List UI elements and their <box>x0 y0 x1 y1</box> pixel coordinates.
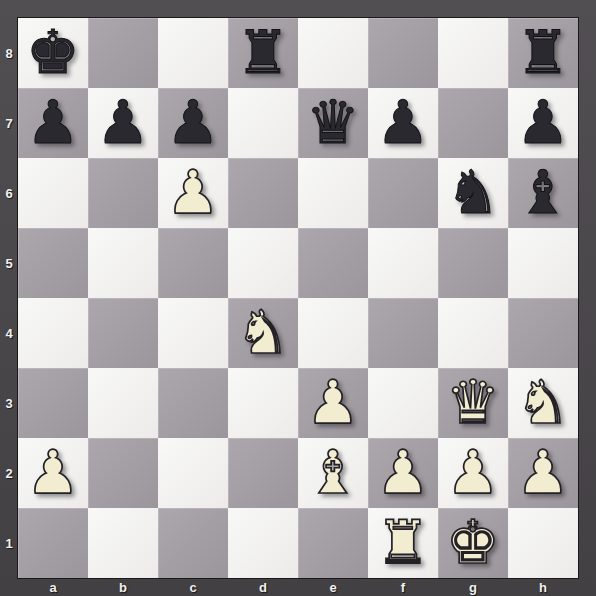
piece-white-bishop[interactable]: ♝ <box>306 437 360 510</box>
square-d8[interactable]: ♜ <box>228 18 298 88</box>
square-a5[interactable] <box>18 228 88 298</box>
piece-white-pawn[interactable]: ♟ <box>26 437 80 510</box>
piece-white-pawn[interactable]: ♟ <box>306 367 360 440</box>
piece-black-pawn[interactable]: ♟ <box>26 87 80 160</box>
piece-black-pawn[interactable]: ♟ <box>166 87 220 160</box>
square-c8[interactable] <box>158 18 228 88</box>
square-c4[interactable] <box>158 298 228 368</box>
square-a4[interactable] <box>18 298 88 368</box>
file-label-d: d <box>228 578 298 596</box>
square-c7[interactable]: ♟ <box>158 88 228 158</box>
square-b7[interactable]: ♟ <box>88 88 158 158</box>
file-label-b: b <box>88 578 158 596</box>
square-a6[interactable] <box>18 158 88 228</box>
rank-label-5: 5 <box>0 228 18 298</box>
piece-black-king[interactable]: ♚ <box>26 17 80 90</box>
file-label-a: a <box>18 578 88 596</box>
rank-label-3: 3 <box>0 368 18 438</box>
square-e7[interactable]: ♛ <box>298 88 368 158</box>
square-b3[interactable] <box>88 368 158 438</box>
square-h2[interactable]: ♟ <box>508 438 578 508</box>
square-g2[interactable]: ♟ <box>438 438 508 508</box>
square-f3[interactable] <box>368 368 438 438</box>
square-f1[interactable]: ♜ <box>368 508 438 578</box>
square-c6[interactable]: ♟ <box>158 158 228 228</box>
file-label-f: f <box>368 578 438 596</box>
square-c1[interactable] <box>158 508 228 578</box>
square-b5[interactable] <box>88 228 158 298</box>
square-e5[interactable] <box>298 228 368 298</box>
square-e1[interactable] <box>298 508 368 578</box>
rank-label-4: 4 <box>0 298 18 368</box>
square-a3[interactable] <box>18 368 88 438</box>
chess-board: ♚♜♜♟♟♟♛♟♟♟♞♝♞♟♛♞♟♝♟♟♟♜♚ <box>18 18 578 578</box>
square-d2[interactable] <box>228 438 298 508</box>
square-d4[interactable]: ♞ <box>228 298 298 368</box>
file-label-e: e <box>298 578 368 596</box>
square-b4[interactable] <box>88 298 158 368</box>
piece-black-rook[interactable]: ♜ <box>236 17 290 90</box>
square-h7[interactable]: ♟ <box>508 88 578 158</box>
square-h1[interactable] <box>508 508 578 578</box>
chess-board-frame: 87654321 abcdefgh ♚♜♜♟♟♟♛♟♟♟♞♝♞♟♛♞♟♝♟♟♟♜… <box>0 0 596 596</box>
piece-black-knight[interactable]: ♞ <box>446 157 500 230</box>
square-f8[interactable] <box>368 18 438 88</box>
square-e4[interactable] <box>298 298 368 368</box>
square-e2[interactable]: ♝ <box>298 438 368 508</box>
rank-label-8: 8 <box>0 18 18 88</box>
piece-black-pawn[interactable]: ♟ <box>516 87 570 160</box>
square-b6[interactable] <box>88 158 158 228</box>
rank-label-7: 7 <box>0 88 18 158</box>
square-c2[interactable] <box>158 438 228 508</box>
square-d1[interactable] <box>228 508 298 578</box>
square-g3[interactable]: ♛ <box>438 368 508 438</box>
square-a2[interactable]: ♟ <box>18 438 88 508</box>
square-g6[interactable]: ♞ <box>438 158 508 228</box>
square-g8[interactable] <box>438 18 508 88</box>
square-c3[interactable] <box>158 368 228 438</box>
square-g4[interactable] <box>438 298 508 368</box>
piece-black-queen[interactable]: ♛ <box>306 87 360 160</box>
square-b2[interactable] <box>88 438 158 508</box>
square-g5[interactable] <box>438 228 508 298</box>
square-a8[interactable]: ♚ <box>18 18 88 88</box>
piece-white-king[interactable]: ♚ <box>446 507 500 580</box>
square-h4[interactable] <box>508 298 578 368</box>
square-b8[interactable] <box>88 18 158 88</box>
piece-white-knight[interactable]: ♞ <box>516 367 570 440</box>
square-a7[interactable]: ♟ <box>18 88 88 158</box>
file-label-h: h <box>508 578 578 596</box>
piece-white-pawn[interactable]: ♟ <box>516 437 570 510</box>
square-d7[interactable] <box>228 88 298 158</box>
rank-label-2: 2 <box>0 438 18 508</box>
square-f7[interactable]: ♟ <box>368 88 438 158</box>
file-label-g: g <box>438 578 508 596</box>
piece-black-rook[interactable]: ♜ <box>516 17 570 90</box>
square-h3[interactable]: ♞ <box>508 368 578 438</box>
piece-black-pawn[interactable]: ♟ <box>96 87 150 160</box>
file-labels: abcdefgh <box>18 578 578 596</box>
square-e6[interactable] <box>298 158 368 228</box>
square-a1[interactable] <box>18 508 88 578</box>
square-h6[interactable]: ♝ <box>508 158 578 228</box>
square-h5[interactable] <box>508 228 578 298</box>
piece-white-knight[interactable]: ♞ <box>236 297 290 370</box>
rank-labels: 87654321 <box>0 18 18 578</box>
rank-label-1: 1 <box>0 508 18 578</box>
square-d5[interactable] <box>228 228 298 298</box>
square-f4[interactable] <box>368 298 438 368</box>
square-f5[interactable] <box>368 228 438 298</box>
square-d3[interactable] <box>228 368 298 438</box>
square-d6[interactable] <box>228 158 298 228</box>
square-e3[interactable]: ♟ <box>298 368 368 438</box>
square-b1[interactable] <box>88 508 158 578</box>
piece-white-pawn[interactable]: ♟ <box>446 437 500 510</box>
square-f2[interactable]: ♟ <box>368 438 438 508</box>
file-label-c: c <box>158 578 228 596</box>
square-h8[interactable]: ♜ <box>508 18 578 88</box>
piece-white-queen[interactable]: ♛ <box>446 367 500 440</box>
piece-black-pawn[interactable]: ♟ <box>376 87 430 160</box>
square-f6[interactable] <box>368 158 438 228</box>
piece-black-bishop[interactable]: ♝ <box>516 157 570 230</box>
square-g1[interactable]: ♚ <box>438 508 508 578</box>
piece-white-rook[interactable]: ♜ <box>376 507 430 580</box>
square-c5[interactable] <box>158 228 228 298</box>
piece-white-pawn[interactable]: ♟ <box>376 437 430 510</box>
piece-white-pawn[interactable]: ♟ <box>166 157 220 230</box>
square-e8[interactable] <box>298 18 368 88</box>
rank-label-6: 6 <box>0 158 18 228</box>
square-g7[interactable] <box>438 88 508 158</box>
